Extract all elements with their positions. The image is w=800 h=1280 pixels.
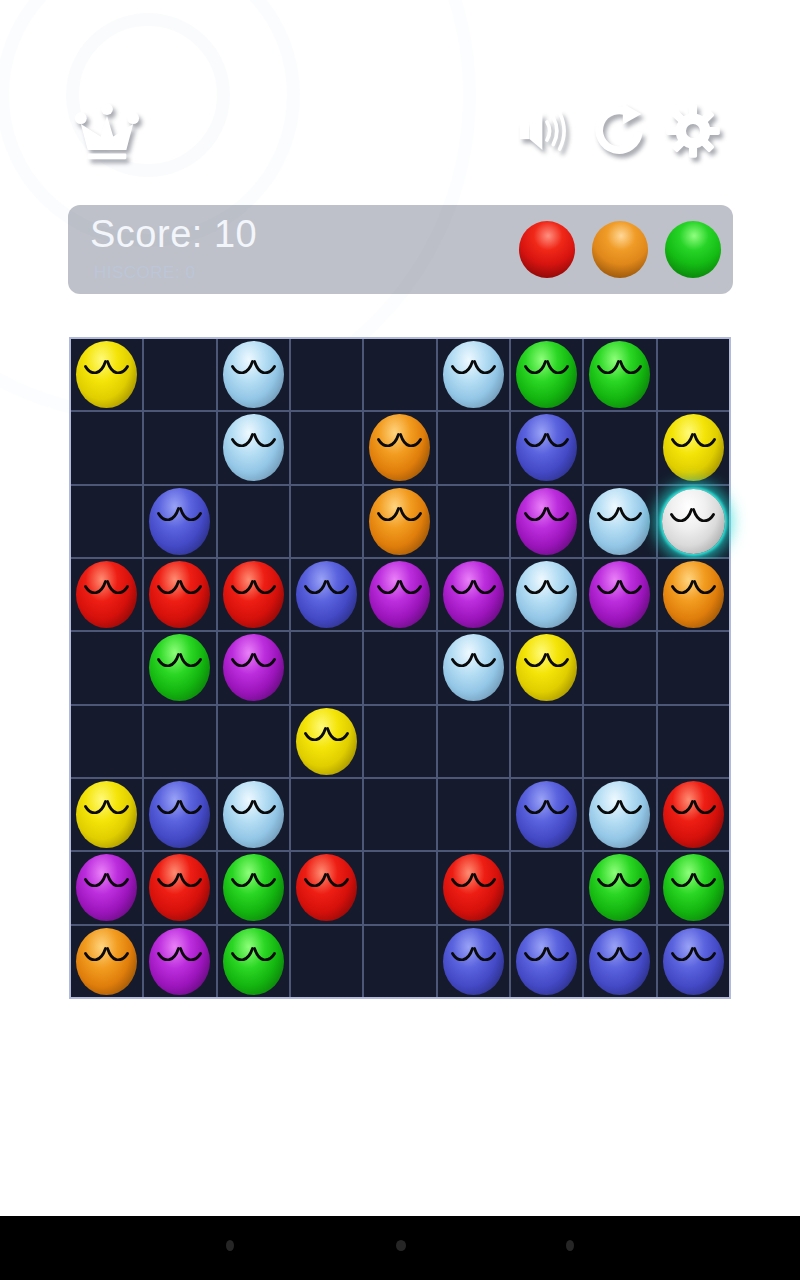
closed-eyes-icon — [596, 794, 643, 814]
board-cell[interactable] — [658, 779, 729, 850]
closed-eyes-icon — [450, 574, 497, 594]
game-screen: Score: 10 HISCORE: 0 — [0, 0, 800, 1280]
score-panel: Score: 10 HISCORE: 0 — [68, 205, 733, 294]
next-ball-red — [519, 221, 575, 278]
board-cell[interactable] — [144, 486, 215, 557]
red-ball[interactable] — [663, 781, 724, 848]
closed-eyes-icon — [450, 867, 497, 887]
speaker-icon — [517, 102, 575, 160]
board-cell[interactable] — [658, 559, 729, 630]
board-cell[interactable] — [71, 339, 142, 410]
closed-eyes-icon — [523, 354, 570, 374]
closed-eyes-icon — [670, 794, 717, 814]
board-cell[interactable] — [511, 486, 582, 557]
next-ball-orange — [592, 221, 648, 278]
board-cell[interactable] — [71, 486, 142, 557]
game-board — [69, 337, 731, 999]
green-ball[interactable] — [149, 634, 210, 701]
closed-eyes-icon — [230, 354, 277, 374]
board-cell[interactable] — [364, 559, 435, 630]
blue-ball[interactable] — [296, 561, 357, 628]
board-cell[interactable] — [218, 412, 289, 483]
closed-eyes-icon — [596, 941, 643, 961]
closed-eyes-icon — [596, 574, 643, 594]
board-cell[interactable] — [584, 632, 655, 703]
board-cell[interactable] — [438, 559, 509, 630]
hiscore-label: HISCORE: 0 — [94, 263, 195, 283]
gear-icon — [665, 102, 721, 160]
closed-eyes-icon — [670, 941, 717, 961]
lightblue-ball[interactable] — [516, 561, 577, 628]
yellow-ball[interactable] — [516, 634, 577, 701]
closed-eyes-icon — [230, 941, 277, 961]
board-cell[interactable] — [658, 339, 729, 410]
board-cell[interactable] — [511, 632, 582, 703]
closed-eyes-icon — [670, 574, 717, 594]
board-cell[interactable] — [364, 779, 435, 850]
closed-eyes-icon — [670, 867, 717, 887]
blue-ball[interactable] — [516, 781, 577, 848]
board-cell[interactable] — [291, 559, 362, 630]
closed-eyes-icon — [230, 427, 277, 447]
board-cell[interactable] — [511, 412, 582, 483]
board-cell[interactable] — [658, 852, 729, 923]
yellow-ball[interactable] — [76, 781, 137, 848]
purple-ball[interactable] — [589, 561, 650, 628]
board-cell[interactable] — [218, 706, 289, 777]
orange-ball[interactable] — [76, 928, 137, 995]
closed-eyes-icon — [230, 794, 277, 814]
red-ball[interactable] — [149, 854, 210, 921]
board-cell[interactable] — [291, 412, 362, 483]
board-cell[interactable] — [218, 339, 289, 410]
closed-eyes-icon — [156, 647, 203, 667]
closed-eyes-icon — [669, 502, 716, 522]
lightblue-ball[interactable] — [589, 781, 650, 848]
board-cell[interactable] — [364, 852, 435, 923]
board-cell[interactable] — [144, 559, 215, 630]
board-cell[interactable] — [291, 779, 362, 850]
board-cell[interactable] — [71, 706, 142, 777]
board-cell[interactable] — [438, 339, 509, 410]
board-cell[interactable] — [218, 926, 289, 997]
board-cell[interactable] — [584, 559, 655, 630]
closed-eyes-icon — [523, 794, 570, 814]
board-cell[interactable] — [218, 779, 289, 850]
nav-home-button[interactable] — [396, 1240, 406, 1251]
board-cell[interactable] — [658, 706, 729, 777]
board-cell[interactable] — [71, 412, 142, 483]
board-cell[interactable] — [511, 706, 582, 777]
orange-ball[interactable] — [663, 561, 724, 628]
blue-ball[interactable] — [589, 928, 650, 995]
closed-eyes-icon — [523, 427, 570, 447]
score-label: Score: 10 — [90, 213, 257, 256]
board-cell[interactable] — [584, 926, 655, 997]
board-cell[interactable] — [218, 486, 289, 557]
board-cell[interactable] — [291, 632, 362, 703]
board-cell[interactable] — [144, 926, 215, 997]
board-cell[interactable] — [658, 632, 729, 703]
green-ball[interactable] — [663, 854, 724, 921]
closed-eyes-icon — [230, 574, 277, 594]
closed-eyes-icon — [596, 867, 643, 887]
closed-eyes-icon — [83, 794, 130, 814]
board-cell[interactable] — [364, 412, 435, 483]
purple-ball[interactable] — [223, 634, 284, 701]
nav-recents-button[interactable] — [566, 1240, 574, 1251]
board-cell[interactable] — [71, 779, 142, 850]
closed-eyes-icon — [450, 647, 497, 667]
board-cell[interactable] — [291, 706, 362, 777]
board-cell[interactable] — [511, 339, 582, 410]
red-ball[interactable] — [76, 561, 137, 628]
board-cell[interactable] — [71, 852, 142, 923]
closed-eyes-icon — [83, 941, 130, 961]
lightblue-ball[interactable] — [443, 341, 504, 408]
closed-eyes-icon — [83, 867, 130, 887]
sound-button[interactable] — [517, 102, 575, 160]
closed-eyes-icon — [596, 354, 643, 374]
green-ball[interactable] — [223, 854, 284, 921]
board-cell[interactable] — [438, 779, 509, 850]
board-cell[interactable] — [144, 706, 215, 777]
restart-button[interactable] — [592, 102, 647, 160]
blue-ball[interactable] — [443, 928, 504, 995]
closed-eyes-icon — [450, 941, 497, 961]
android-nav-bar — [0, 1216, 800, 1280]
closed-eyes-icon — [156, 867, 203, 887]
green-ball[interactable] — [589, 341, 650, 408]
purple-ball[interactable] — [443, 561, 504, 628]
next-balls-preview — [519, 205, 721, 294]
board-cell[interactable] — [71, 632, 142, 703]
closed-eyes-icon — [230, 647, 277, 667]
board-cell[interactable] — [438, 486, 509, 557]
board-cell[interactable] — [438, 632, 509, 703]
closed-eyes-icon — [156, 794, 203, 814]
red-ball[interactable] — [223, 561, 284, 628]
blue-ball[interactable] — [663, 928, 724, 995]
board-cell[interactable] — [438, 706, 509, 777]
board-cell[interactable] — [658, 926, 729, 997]
board-cell[interactable] — [584, 339, 655, 410]
board-cell[interactable] — [291, 486, 362, 557]
green-ball[interactable] — [589, 854, 650, 921]
lightblue-ball[interactable] — [589, 488, 650, 555]
closed-eyes-icon — [156, 941, 203, 961]
board-cell[interactable] — [218, 852, 289, 923]
closed-eyes-icon — [376, 574, 423, 594]
board-cell[interactable] — [291, 926, 362, 997]
green-ball[interactable] — [223, 928, 284, 995]
closed-eyes-icon — [303, 721, 350, 741]
purple-ball[interactable] — [516, 488, 577, 555]
board-cell[interactable] — [144, 779, 215, 850]
board-cell[interactable] — [291, 852, 362, 923]
orange-ball[interactable] — [369, 488, 430, 555]
board-cell[interactable] — [658, 486, 729, 557]
closed-eyes-icon — [83, 354, 130, 374]
board-cell[interactable] — [218, 632, 289, 703]
board-cell[interactable] — [364, 339, 435, 410]
closed-eyes-icon — [596, 501, 643, 521]
board-cell[interactable] — [438, 412, 509, 483]
settings-button[interactable] — [665, 102, 721, 160]
board-cell[interactable] — [511, 559, 582, 630]
yellow-ball[interactable] — [663, 414, 724, 481]
blue-ball[interactable] — [149, 488, 210, 555]
board-cell[interactable] — [584, 852, 655, 923]
board-cell[interactable] — [218, 559, 289, 630]
yellow-ball[interactable] — [296, 708, 357, 775]
lightblue-ball[interactable] — [223, 781, 284, 848]
next-ball-green — [665, 221, 721, 278]
board-cell[interactable] — [584, 706, 655, 777]
yellow-ball[interactable] — [76, 341, 137, 408]
purple-ball[interactable] — [76, 854, 137, 921]
closed-eyes-icon — [670, 427, 717, 447]
closed-eyes-icon — [450, 354, 497, 374]
board-cell[interactable] — [291, 339, 362, 410]
red-ball[interactable] — [149, 561, 210, 628]
board-cell[interactable] — [584, 779, 655, 850]
purple-ball[interactable] — [149, 928, 210, 995]
board-cell[interactable] — [144, 632, 215, 703]
closed-eyes-icon — [523, 574, 570, 594]
red-ball[interactable] — [443, 854, 504, 921]
lightblue-ball[interactable] — [443, 634, 504, 701]
blue-ball[interactable] — [149, 781, 210, 848]
board-cell[interactable] — [364, 632, 435, 703]
board-cell[interactable] — [364, 706, 435, 777]
board-cell[interactable] — [584, 486, 655, 557]
closed-eyes-icon — [523, 501, 570, 521]
blue-ball[interactable] — [516, 928, 577, 995]
lightblue-ball[interactable] — [223, 341, 284, 408]
crown-icon — [70, 100, 144, 166]
purple-ball[interactable] — [369, 561, 430, 628]
board-cell[interactable] — [364, 926, 435, 997]
closed-eyes-icon — [523, 941, 570, 961]
closed-eyes-icon — [376, 427, 423, 447]
board-cell[interactable] — [511, 852, 582, 923]
closed-eyes-icon — [523, 647, 570, 667]
board-cell[interactable] — [144, 339, 215, 410]
blue-ball[interactable] — [516, 414, 577, 481]
closed-eyes-icon — [156, 574, 203, 594]
board-cell[interactable] — [584, 412, 655, 483]
board-cell[interactable] — [71, 926, 142, 997]
closed-eyes-icon — [303, 867, 350, 887]
nav-back-button[interactable] — [226, 1240, 234, 1251]
closed-eyes-icon — [376, 501, 423, 521]
closed-eyes-icon — [83, 574, 130, 594]
red-ball[interactable] — [296, 854, 357, 921]
lightblue-ball[interactable] — [223, 414, 284, 481]
white-ball[interactable] — [662, 489, 725, 554]
refresh-icon — [592, 102, 647, 160]
board-cell[interactable] — [144, 412, 215, 483]
board-cell[interactable] — [511, 926, 582, 997]
board-cell[interactable] — [511, 779, 582, 850]
board-cell[interactable] — [364, 486, 435, 557]
board-cell[interactable] — [71, 559, 142, 630]
board-cell[interactable] — [658, 412, 729, 483]
green-ball[interactable] — [516, 341, 577, 408]
orange-ball[interactable] — [369, 414, 430, 481]
closed-eyes-icon — [156, 501, 203, 521]
board-cell[interactable] — [438, 852, 509, 923]
board-cell[interactable] — [438, 926, 509, 997]
closed-eyes-icon — [230, 867, 277, 887]
closed-eyes-icon — [303, 574, 350, 594]
board-cell[interactable] — [144, 852, 215, 923]
